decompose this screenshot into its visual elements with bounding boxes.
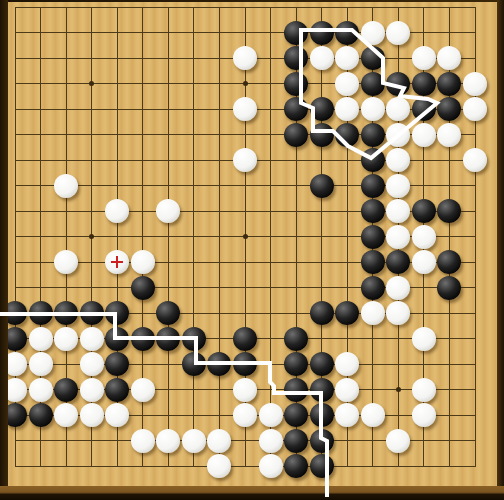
stone-black [284,352,308,376]
board-frame-top [0,0,504,2]
stone-white [80,352,104,376]
stone-white [54,403,78,427]
star-point [89,81,94,86]
stone-black [105,327,129,351]
star-point [243,234,248,239]
star-point [243,81,248,86]
stone-black [182,327,206,351]
stone-black [437,72,461,96]
stone-white [386,429,410,453]
stone-black [361,250,385,274]
stone-white [131,378,155,402]
stone-black [29,301,53,325]
stone-white [386,199,410,223]
stone-black [361,276,385,300]
stone-white [335,378,359,402]
stone-black [310,352,334,376]
stone-white [335,97,359,121]
stone-black [284,123,308,147]
stone-white [156,429,180,453]
stone-white [463,148,487,172]
stone-white [412,225,436,249]
stone-white [437,123,461,147]
stone-black [361,174,385,198]
stone-white [361,403,385,427]
stone-white [335,46,359,70]
stone-black [284,454,308,478]
stone-white [335,352,359,376]
stone-black [437,250,461,274]
stone-white [207,454,231,478]
stone-white [361,21,385,45]
stone-black [131,327,155,351]
stone-white [233,378,257,402]
stone-white [131,250,155,274]
stone-white [80,378,104,402]
stone-white [54,327,78,351]
stone-black [310,174,334,198]
stone-black [310,429,334,453]
grid-horizontal-line [15,466,476,467]
board-frame-bottom [0,486,504,500]
grid-vertical-line [219,7,220,467]
stone-black [437,276,461,300]
stone-black [361,72,385,96]
stone-black [233,352,257,376]
stone-black [335,21,359,45]
last-move-marker [116,256,118,268]
stone-white [335,403,359,427]
stone-white [386,174,410,198]
stone-white [386,21,410,45]
grid-horizontal-line [15,7,476,8]
star-point [396,387,401,392]
stone-white [233,148,257,172]
stone-white [412,403,436,427]
stone-white [386,301,410,325]
stone-white [412,46,436,70]
stone-black [310,378,334,402]
stone-black [233,327,257,351]
board-frame-right [497,0,504,500]
stone-black [310,403,334,427]
stone-black [284,429,308,453]
stone-black [54,301,78,325]
stone-black [105,378,129,402]
stone-black [437,97,461,121]
stone-white [156,199,180,223]
stone-white [361,97,385,121]
stone-white [463,72,487,96]
stone-black [412,97,436,121]
stone-white [412,378,436,402]
stone-white [437,46,461,70]
stone-black [310,123,334,147]
stone-black [386,72,410,96]
stone-white [386,148,410,172]
stone-black [412,199,436,223]
stone-black [310,301,334,325]
stone-white [29,378,53,402]
stone-white [259,403,283,427]
stone-black [54,378,78,402]
stone-black [182,352,206,376]
stone-black [105,301,129,325]
stone-white [412,123,436,147]
stone-black [361,123,385,147]
board-frame-left [0,0,8,500]
stone-white [233,97,257,121]
stone-white [80,403,104,427]
stone-white [463,97,487,121]
grid-vertical-line [270,7,271,467]
grid-vertical-line [168,7,169,467]
stone-white [310,46,334,70]
stone-white [233,403,257,427]
stone-black [105,352,129,376]
stone-black [361,46,385,70]
stone-black [361,199,385,223]
stone-white [207,429,231,453]
stone-black [284,97,308,121]
stone-black [386,250,410,274]
stone-black [310,454,334,478]
stone-black [335,301,359,325]
stone-white [259,429,283,453]
stone-black [207,352,231,376]
stone-black [284,327,308,351]
stone-black [156,327,180,351]
stone-black [335,123,359,147]
stone-white [386,276,410,300]
stone-white [54,174,78,198]
stone-white [233,46,257,70]
stone-white [386,123,410,147]
stone-black [412,72,436,96]
star-point [89,234,94,239]
stone-black [310,97,334,121]
stone-white [259,454,283,478]
stone-white [105,199,129,223]
stone-black [284,46,308,70]
stone-white [361,301,385,325]
stone-white [29,352,53,376]
stone-black [80,301,104,325]
stone-black [284,21,308,45]
stone-black [29,403,53,427]
go-board-screenshot [0,0,504,500]
stone-white [412,327,436,351]
stone-black [131,276,155,300]
stone-black [284,378,308,402]
stone-white [54,250,78,274]
stone-white [105,403,129,427]
stone-white [182,429,206,453]
stone-white [29,327,53,351]
stone-black [361,225,385,249]
stone-black [437,199,461,223]
stone-black [310,21,334,45]
stone-white [412,250,436,274]
stone-white [335,72,359,96]
go-board[interactable] [0,0,504,500]
stone-black [156,301,180,325]
stone-black [284,72,308,96]
stone-white [386,97,410,121]
stone-white [131,429,155,453]
stone-white [386,225,410,249]
stone-white [80,327,104,351]
stone-black [361,148,385,172]
grid-vertical-line [193,7,194,467]
stone-black [284,403,308,427]
